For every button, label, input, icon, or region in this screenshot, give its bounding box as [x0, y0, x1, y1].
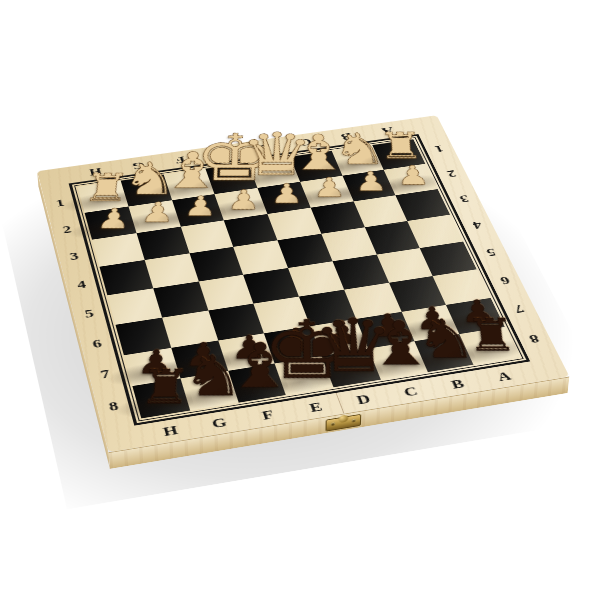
coord-near-H: H [161, 423, 179, 438]
coord-near-A: A [495, 369, 513, 383]
coord-near-F: F [260, 408, 275, 422]
hinge-screw [352, 419, 356, 423]
coord-left-5: 5 [83, 307, 94, 319]
coord-right-4: 4 [471, 219, 484, 230]
hinge-screw [331, 422, 335, 426]
coord-right-6: 6 [498, 274, 511, 286]
coord-near-D: D [355, 392, 372, 406]
chessboard: 1234567812345678HGFEDCBAHGFEDCBA ♜♞♝♚♛♝♞… [37, 115, 569, 452]
white-pawn-glyph: ♟ [62, 207, 165, 231]
coord-right-3: 3 [458, 193, 471, 204]
coord-right-5: 5 [484, 246, 497, 257]
coord-left-3: 3 [69, 250, 80, 261]
coord-near-E: E [307, 400, 323, 414]
fold-seam [335, 392, 345, 413]
coord-right-7: 7 [512, 303, 526, 315]
coord-left-6: 6 [91, 337, 103, 350]
coord-left-4: 4 [76, 278, 87, 290]
pieces-layer: ♜♞♝♚♛♝♞♜♟♟♟♟♟♟♟♟♟♟♟♟♟♟♟♟♜♞♝♚♛♝♞♜ [37, 115, 437, 171]
coord-left-7: 7 [99, 368, 111, 381]
coord-left-8: 8 [107, 399, 119, 413]
coord-right-8: 8 [527, 332, 541, 345]
coord-near-G: G [210, 415, 228, 430]
scene: 1234567812345678HGFEDCBAHGFEDCBA ♜♞♝♚♛♝♞… [0, 0, 600, 600]
coord-near-B: B [449, 377, 466, 391]
coord-near-C: C [402, 384, 420, 398]
